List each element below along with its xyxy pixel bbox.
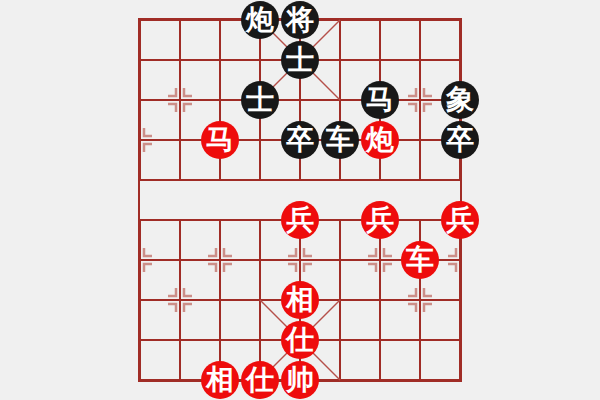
piece-red-soldier[interactable]: 兵	[281, 201, 319, 239]
pieces-layer: 炮将士士马象马卒车炮卒兵兵兵车相仕相仕帅	[140, 20, 460, 380]
piece-red-elephant[interactable]: 相	[281, 281, 319, 319]
xiangqi-app: 炮将士士马象马卒车炮卒兵兵兵车相仕相仕帅	[0, 0, 600, 400]
piece-black-chariot[interactable]: 车	[321, 121, 359, 159]
piece-red-soldier[interactable]: 兵	[441, 201, 479, 239]
piece-red-general[interactable]: 帅	[281, 361, 319, 399]
piece-black-horse[interactable]: 马	[361, 81, 399, 119]
piece-red-cannon[interactable]: 炮	[361, 121, 399, 159]
piece-red-horse[interactable]: 马	[201, 121, 239, 159]
piece-black-general[interactable]: 将	[281, 1, 319, 39]
piece-red-chariot[interactable]: 车	[401, 241, 439, 279]
piece-black-advisor[interactable]: 士	[281, 41, 319, 79]
piece-black-cannon[interactable]: 炮	[241, 1, 279, 39]
piece-black-advisor[interactable]: 士	[241, 81, 279, 119]
piece-black-soldier[interactable]: 卒	[441, 121, 479, 159]
piece-red-soldier[interactable]: 兵	[361, 201, 399, 239]
piece-black-soldier[interactable]: 卒	[281, 121, 319, 159]
xiangqi-board[interactable]: 炮将士士马象马卒车炮卒兵兵兵车相仕相仕帅	[138, 18, 462, 382]
piece-red-advisor[interactable]: 仕	[281, 321, 319, 359]
piece-black-elephant[interactable]: 象	[441, 81, 479, 119]
piece-red-advisor[interactable]: 仕	[241, 361, 279, 399]
piece-red-elephant[interactable]: 相	[201, 361, 239, 399]
